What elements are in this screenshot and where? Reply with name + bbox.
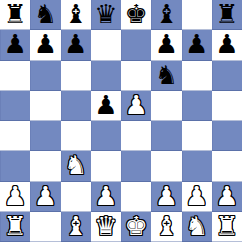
square-a3[interactable] bbox=[0, 151, 30, 181]
square-c5[interactable] bbox=[61, 91, 91, 121]
square-b3[interactable] bbox=[30, 151, 60, 181]
piece-black-rook[interactable]: ♜ bbox=[215, 0, 238, 29]
square-a5[interactable] bbox=[0, 91, 30, 121]
square-h4[interactable] bbox=[212, 121, 242, 151]
square-h3[interactable] bbox=[212, 151, 242, 181]
square-b8[interactable]: ♞ bbox=[30, 0, 60, 30]
square-e8[interactable]: ♚ bbox=[121, 0, 151, 30]
square-d3[interactable] bbox=[91, 151, 121, 181]
piece-black-pawn[interactable]: ♟ bbox=[94, 91, 117, 120]
piece-white-pawn[interactable]: ♟ bbox=[3, 182, 26, 211]
square-g5[interactable] bbox=[182, 91, 212, 121]
square-h1[interactable]: ♜ bbox=[212, 212, 242, 242]
square-d1[interactable]: ♛ bbox=[91, 212, 121, 242]
piece-white-pawn[interactable]: ♟ bbox=[155, 182, 178, 211]
square-b5[interactable] bbox=[30, 91, 60, 121]
square-d6[interactable] bbox=[91, 61, 121, 91]
square-h5[interactable] bbox=[212, 91, 242, 121]
square-a4[interactable] bbox=[0, 121, 30, 151]
square-g1[interactable]: ♞ bbox=[182, 212, 212, 242]
square-h8[interactable]: ♜ bbox=[212, 0, 242, 30]
square-f6[interactable]: ♞ bbox=[151, 61, 181, 91]
square-a2[interactable]: ♟ bbox=[0, 182, 30, 212]
square-a8[interactable]: ♜ bbox=[0, 0, 30, 30]
square-c2[interactable] bbox=[61, 182, 91, 212]
square-e5[interactable]: ♟ bbox=[121, 91, 151, 121]
square-e4[interactable] bbox=[121, 121, 151, 151]
square-e1[interactable]: ♚ bbox=[121, 212, 151, 242]
square-a7[interactable]: ♟ bbox=[0, 30, 30, 60]
piece-black-queen[interactable]: ♛ bbox=[94, 0, 117, 29]
square-b2[interactable]: ♟ bbox=[30, 182, 60, 212]
piece-black-knight[interactable]: ♞ bbox=[155, 61, 178, 90]
square-a1[interactable]: ♜ bbox=[0, 212, 30, 242]
piece-black-bishop[interactable]: ♝ bbox=[64, 0, 87, 29]
square-h6[interactable] bbox=[212, 61, 242, 91]
square-e3[interactable] bbox=[121, 151, 151, 181]
square-e2[interactable] bbox=[121, 182, 151, 212]
square-d7[interactable] bbox=[91, 30, 121, 60]
square-g7[interactable]: ♟ bbox=[182, 30, 212, 60]
square-c7[interactable]: ♟ bbox=[61, 30, 91, 60]
square-a6[interactable] bbox=[0, 61, 30, 91]
chess-board: ♜♞♝♛♚♝♜♟♟♟♟♟♟♞♟♟♞♟♟♟♟♟♟♜♝♛♚♝♞♜ bbox=[0, 0, 242, 242]
square-b4[interactable] bbox=[30, 121, 60, 151]
piece-black-pawn[interactable]: ♟ bbox=[3, 30, 26, 59]
square-f5[interactable] bbox=[151, 91, 181, 121]
piece-black-bishop[interactable]: ♝ bbox=[155, 0, 178, 29]
square-f2[interactable]: ♟ bbox=[151, 182, 181, 212]
square-d2[interactable]: ♟ bbox=[91, 182, 121, 212]
square-g2[interactable]: ♟ bbox=[182, 182, 212, 212]
square-g8[interactable] bbox=[182, 0, 212, 30]
square-b6[interactable] bbox=[30, 61, 60, 91]
square-g6[interactable] bbox=[182, 61, 212, 91]
piece-white-bishop[interactable]: ♝ bbox=[155, 212, 178, 241]
piece-black-pawn[interactable]: ♟ bbox=[34, 30, 57, 59]
piece-white-bishop[interactable]: ♝ bbox=[64, 212, 87, 241]
piece-black-rook[interactable]: ♜ bbox=[3, 0, 26, 29]
piece-black-king[interactable]: ♚ bbox=[124, 0, 147, 29]
square-f1[interactable]: ♝ bbox=[151, 212, 181, 242]
piece-black-knight[interactable]: ♞ bbox=[34, 0, 57, 29]
piece-white-pawn[interactable]: ♟ bbox=[124, 91, 147, 120]
square-d5[interactable]: ♟ bbox=[91, 91, 121, 121]
piece-black-pawn[interactable]: ♟ bbox=[155, 30, 178, 59]
square-h7[interactable]: ♟ bbox=[212, 30, 242, 60]
piece-white-knight[interactable]: ♞ bbox=[64, 151, 87, 180]
square-f3[interactable] bbox=[151, 151, 181, 181]
piece-white-rook[interactable]: ♜ bbox=[3, 212, 26, 241]
piece-black-pawn[interactable]: ♟ bbox=[185, 30, 208, 59]
piece-white-rook[interactable]: ♜ bbox=[215, 212, 238, 241]
square-g4[interactable] bbox=[182, 121, 212, 151]
piece-white-pawn[interactable]: ♟ bbox=[215, 182, 238, 211]
square-c6[interactable] bbox=[61, 61, 91, 91]
piece-black-pawn[interactable]: ♟ bbox=[215, 30, 238, 59]
square-f8[interactable]: ♝ bbox=[151, 0, 181, 30]
square-c4[interactable] bbox=[61, 121, 91, 151]
square-h2[interactable]: ♟ bbox=[212, 182, 242, 212]
square-c3[interactable]: ♞ bbox=[61, 151, 91, 181]
square-e7[interactable] bbox=[121, 30, 151, 60]
square-d8[interactable]: ♛ bbox=[91, 0, 121, 30]
square-b7[interactable]: ♟ bbox=[30, 30, 60, 60]
piece-black-pawn[interactable]: ♟ bbox=[64, 30, 87, 59]
piece-white-knight[interactable]: ♞ bbox=[185, 212, 208, 241]
square-f7[interactable]: ♟ bbox=[151, 30, 181, 60]
piece-white-pawn[interactable]: ♟ bbox=[94, 182, 117, 211]
piece-white-queen[interactable]: ♛ bbox=[94, 212, 117, 241]
square-f4[interactable] bbox=[151, 121, 181, 151]
square-e6[interactable] bbox=[121, 61, 151, 91]
piece-white-king[interactable]: ♚ bbox=[124, 212, 147, 241]
square-g3[interactable] bbox=[182, 151, 212, 181]
piece-white-pawn[interactable]: ♟ bbox=[34, 182, 57, 211]
square-d4[interactable] bbox=[91, 121, 121, 151]
piece-white-pawn[interactable]: ♟ bbox=[185, 182, 208, 211]
square-c8[interactable]: ♝ bbox=[61, 0, 91, 30]
square-b1[interactable] bbox=[30, 212, 60, 242]
square-c1[interactable]: ♝ bbox=[61, 212, 91, 242]
